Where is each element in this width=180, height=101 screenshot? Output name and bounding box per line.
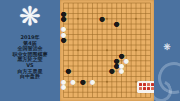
go-board[interactable]: ●●●●●●●●●●●●●●●●●●●● [60,0,154,101]
caption-panel: ❋ 2019年 第4届 全国智运会 职业女团围棋赛 黑方於之莹 VS 白方王晨星… [0,0,60,101]
flower-emblem-icon: ❋ [19,1,41,31]
red-seal-watermark [137,81,155,93]
white-stone[interactable]: ● [61,84,67,90]
black-stone[interactable]: ● [114,21,120,27]
black-stone[interactable]: ● [80,79,86,85]
event-caption: 2019年 第4届 全国智运会 职业女团围棋赛 黑方於之莹 VS 白方王晨星 白… [13,35,48,80]
black-stone[interactable]: ● [61,37,67,43]
screen: ❋ 2019年 第4届 全国智运会 职业女团围棋赛 黑方於之莹 VS 白方王晨星… [0,0,180,101]
black-stone[interactable]: ● [61,16,67,22]
black-stone[interactable]: ● [65,68,71,74]
white-stone[interactable]: ● [90,79,96,85]
flower-emblem-small-icon: ❋ [154,42,180,52]
caption-result: 白中盘胜 [13,74,48,80]
white-stone[interactable]: ● [70,79,76,85]
right-strip: ❋ [154,0,180,101]
black-stone[interactable]: ● [109,68,115,74]
black-stone[interactable]: ● [99,16,105,22]
white-stone[interactable]: ● [119,68,125,74]
